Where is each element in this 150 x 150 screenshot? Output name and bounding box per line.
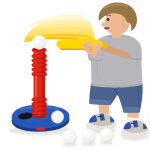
ground-ball-2 — [81, 129, 96, 144]
brand-logo — [37, 127, 46, 130]
tee-set — [12, 35, 70, 132]
ground-ball-1 — [63, 130, 78, 145]
right-sneaker-toe-accent — [123, 122, 131, 130]
tee-pole — [32, 47, 47, 118]
left-sneaker — [86, 113, 116, 130]
boy-nose — [101, 22, 106, 26]
left-sneaker-toe-accent — [89, 115, 97, 123]
boy-eye — [107, 18, 110, 21]
ribs-shade-bottom — [42, 98, 46, 116]
tball-scene — [0, 0, 150, 150]
shorts-right-cuff — [124, 107, 140, 113]
ball-on-tee — [32, 35, 46, 49]
ribs-shade-top — [42, 54, 46, 77]
product-photo-stage — [0, 0, 150, 150]
right-sneaker — [121, 120, 149, 137]
boy — [84, 3, 149, 138]
loose-balls — [63, 128, 114, 144]
left-sneaker-lace — [98, 116, 104, 117]
boy-head — [99, 3, 137, 39]
ball-on-base — [51, 111, 64, 124]
ground-ball-3 — [99, 128, 113, 142]
